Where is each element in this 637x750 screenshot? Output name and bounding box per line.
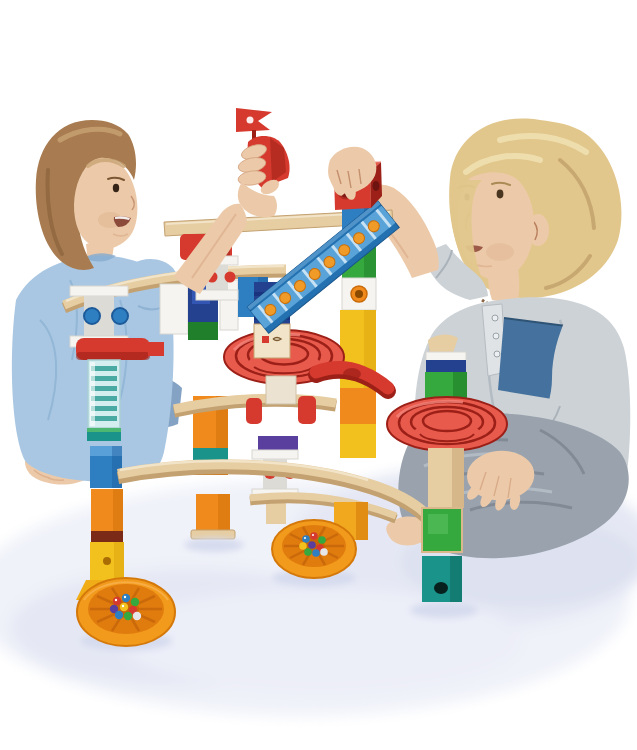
block-hole [434,582,448,594]
shirt-button [493,333,499,339]
shirt-button [494,351,500,357]
wood-block-logo [262,336,269,343]
marble-tray-left [77,578,175,651]
photo-two-boys-marble-run [0,0,637,750]
boy-right-eye-near [497,190,504,199]
scene-illustration [0,0,637,750]
shirt-button [492,315,498,321]
marble-tray-middle [272,520,356,587]
boy-right-head [449,119,621,299]
boy-left-eye [113,184,119,192]
